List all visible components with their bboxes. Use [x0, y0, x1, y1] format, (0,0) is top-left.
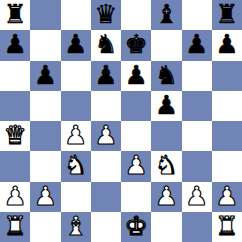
square-a4[interactable]: ♛︎ [0, 121, 30, 151]
square-a6[interactable] [0, 61, 30, 91]
piece-black-pawn[interactable]: ♟︎ [34, 62, 57, 88]
square-b2[interactable]: ♟︎ [30, 182, 60, 212]
square-h5[interactable] [212, 91, 242, 121]
piece-white-pawn[interactable]: ♟︎ [34, 183, 57, 209]
square-f8[interactable]: ♝︎ [151, 0, 181, 30]
square-h4[interactable] [212, 121, 242, 151]
square-c4[interactable]: ♟︎ [61, 121, 91, 151]
piece-black-queen[interactable]: ♛︎ [94, 1, 117, 27]
square-b6[interactable]: ♟︎ [30, 61, 60, 91]
square-b5[interactable] [30, 91, 60, 121]
square-h6[interactable] [212, 61, 242, 91]
piece-white-pawn[interactable]: ♟︎ [3, 183, 26, 209]
piece-black-pawn[interactable]: ♟︎ [185, 31, 208, 57]
square-e4[interactable] [121, 121, 151, 151]
piece-white-queen[interactable]: ♛︎ [3, 122, 26, 148]
piece-black-rook[interactable]: ♜︎ [3, 1, 26, 27]
piece-white-pawn[interactable]: ♟︎ [64, 122, 87, 148]
piece-white-rook[interactable]: ♜︎ [215, 213, 238, 239]
square-f6[interactable]: ♞︎ [151, 61, 181, 91]
square-g5[interactable] [182, 91, 212, 121]
square-c8[interactable] [61, 0, 91, 30]
square-b8[interactable] [30, 0, 60, 30]
piece-black-bishop[interactable]: ♝︎ [155, 1, 178, 27]
square-g1[interactable] [182, 212, 212, 242]
piece-white-rook[interactable]: ♜︎ [3, 213, 26, 239]
square-c1[interactable]: ♝︎ [61, 212, 91, 242]
square-a7[interactable]: ♟︎ [0, 30, 30, 60]
piece-black-pawn[interactable]: ♟︎ [3, 31, 26, 57]
square-b1[interactable] [30, 212, 60, 242]
square-d2[interactable] [91, 182, 121, 212]
square-f3[interactable]: ♞︎ [151, 151, 181, 181]
square-b7[interactable] [30, 30, 60, 60]
piece-black-pawn[interactable]: ♟︎ [64, 31, 87, 57]
square-g4[interactable] [182, 121, 212, 151]
square-e6[interactable]: ♟︎ [121, 61, 151, 91]
piece-black-king[interactable]: ♚︎ [124, 31, 147, 57]
piece-black-rook[interactable]: ♜︎ [215, 1, 238, 27]
piece-white-knight[interactable]: ♞︎ [155, 152, 178, 178]
square-c6[interactable] [61, 61, 91, 91]
piece-white-bishop[interactable]: ♝︎ [64, 213, 87, 239]
square-h3[interactable] [212, 151, 242, 181]
piece-white-pawn[interactable]: ♟︎ [155, 183, 178, 209]
square-g2[interactable]: ♟︎ [182, 182, 212, 212]
square-c5[interactable] [61, 91, 91, 121]
piece-black-pawn[interactable]: ♟︎ [155, 92, 178, 118]
square-h7[interactable]: ♟︎ [212, 30, 242, 60]
square-e1[interactable]: ♚︎ [121, 212, 151, 242]
square-g6[interactable] [182, 61, 212, 91]
square-a1[interactable]: ♜︎ [0, 212, 30, 242]
piece-white-pawn[interactable]: ♟︎ [185, 183, 208, 209]
square-e5[interactable] [121, 91, 151, 121]
square-g8[interactable] [182, 0, 212, 30]
square-h8[interactable]: ♜︎ [212, 0, 242, 30]
square-e3[interactable]: ♟︎ [121, 151, 151, 181]
square-c7[interactable]: ♟︎ [61, 30, 91, 60]
square-d6[interactable]: ♟︎ [91, 61, 121, 91]
square-c3[interactable]: ♞︎ [61, 151, 91, 181]
square-f1[interactable] [151, 212, 181, 242]
piece-black-knight[interactable]: ♞︎ [155, 62, 178, 88]
square-d4[interactable]: ♟︎ [91, 121, 121, 151]
square-f5[interactable]: ♟︎ [151, 91, 181, 121]
square-b3[interactable] [30, 151, 60, 181]
square-e7[interactable]: ♚︎ [121, 30, 151, 60]
square-e8[interactable] [121, 0, 151, 30]
piece-white-pawn[interactable]: ♟︎ [215, 183, 238, 209]
square-h1[interactable]: ♜︎ [212, 212, 242, 242]
piece-black-knight[interactable]: ♞︎ [94, 31, 117, 57]
piece-black-pawn[interactable]: ♟︎ [94, 62, 117, 88]
piece-white-pawn[interactable]: ♟︎ [94, 122, 117, 148]
square-a3[interactable] [0, 151, 30, 181]
square-f7[interactable] [151, 30, 181, 60]
square-f4[interactable] [151, 121, 181, 151]
square-g7[interactable]: ♟︎ [182, 30, 212, 60]
square-d7[interactable]: ♞︎ [91, 30, 121, 60]
piece-black-pawn[interactable]: ♟︎ [124, 62, 147, 88]
square-d5[interactable] [91, 91, 121, 121]
square-b4[interactable] [30, 121, 60, 151]
chess-board: ♜︎♛︎♝︎♜︎♟︎♟︎♞︎♚︎♟︎♟︎♟︎♟︎♟︎♞︎♟︎♛︎♟︎♟︎♞︎♟︎… [0, 0, 242, 242]
square-d3[interactable] [91, 151, 121, 181]
square-h2[interactable]: ♟︎ [212, 182, 242, 212]
square-g3[interactable] [182, 151, 212, 181]
square-f2[interactable]: ♟︎ [151, 182, 181, 212]
square-d8[interactable]: ♛︎ [91, 0, 121, 30]
square-a8[interactable]: ♜︎ [0, 0, 30, 30]
square-a2[interactable]: ♟︎ [0, 182, 30, 212]
piece-black-pawn[interactable]: ♟︎ [215, 31, 238, 57]
square-a5[interactable] [0, 91, 30, 121]
square-c2[interactable] [61, 182, 91, 212]
piece-white-king[interactable]: ♚︎ [124, 213, 147, 239]
piece-white-pawn[interactable]: ♟︎ [124, 152, 147, 178]
piece-white-knight[interactable]: ♞︎ [64, 152, 87, 178]
square-e2[interactable] [121, 182, 151, 212]
square-d1[interactable] [91, 212, 121, 242]
